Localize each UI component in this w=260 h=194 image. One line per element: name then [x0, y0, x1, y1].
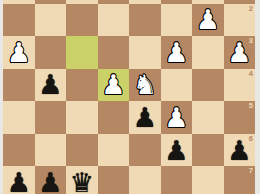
square-d6[interactable]	[129, 134, 161, 167]
rank-label-3: 3	[249, 37, 253, 45]
square-c3[interactable]: ♟	[161, 36, 193, 69]
black-pawn-g7[interactable]: ♟	[38, 169, 62, 194]
square-h7[interactable]: ♟	[3, 166, 35, 194]
white-knight-d4[interactable]: ♞	[133, 71, 157, 98]
chess-board-screenshot: ♚♜♟2♟♟3♟♟♟♞4♟♟5♟6♟♟♟♛7♚	[0, 0, 260, 194]
square-e3[interactable]	[98, 36, 130, 69]
square-d2[interactable]	[129, 4, 161, 37]
black-pawn-c6[interactable]: ♟	[164, 137, 188, 164]
white-king-g1[interactable]: ♚	[38, 0, 62, 1]
square-g6[interactable]	[35, 134, 67, 167]
square-g3[interactable]	[35, 36, 67, 69]
white-rook-e1[interactable]: ♜	[101, 0, 125, 1]
white-pawn-c3[interactable]: ♟	[164, 39, 188, 66]
square-h6[interactable]	[3, 134, 35, 167]
black-pawn-h7[interactable]: ♟	[7, 169, 31, 194]
rank-label-4: 4	[249, 70, 253, 78]
square-f3[interactable]	[66, 36, 98, 69]
square-h3[interactable]: ♟	[3, 36, 35, 69]
square-b7[interactable]	[192, 166, 224, 194]
square-b5[interactable]	[192, 101, 224, 134]
square-e7[interactable]	[98, 166, 130, 194]
square-h5[interactable]	[3, 101, 35, 134]
square-b3[interactable]	[192, 36, 224, 69]
square-h2[interactable]	[3, 4, 35, 37]
square-b2[interactable]: ♟	[192, 4, 224, 37]
square-f7[interactable]: ♛	[66, 166, 98, 194]
white-pawn-b2[interactable]: ♟	[196, 6, 220, 33]
square-e2[interactable]	[98, 4, 130, 37]
square-a5[interactable]: 5	[224, 101, 256, 134]
rank-label-5: 5	[249, 102, 253, 110]
square-c5[interactable]: ♟	[161, 101, 193, 134]
square-g5[interactable]	[35, 101, 67, 134]
square-d5[interactable]: ♟	[129, 101, 161, 134]
black-pawn-a6[interactable]: ♟	[227, 137, 251, 164]
square-b6[interactable]	[192, 134, 224, 167]
square-a4[interactable]: 4	[224, 69, 256, 102]
chess-board[interactable]: ♚♜♟2♟♟3♟♟♟♞4♟♟5♟6♟♟♟♛7♚	[3, 0, 255, 194]
square-a6[interactable]: 6♟	[224, 134, 256, 167]
square-f4[interactable]	[66, 69, 98, 102]
square-g4[interactable]: ♟	[35, 69, 67, 102]
square-c4[interactable]	[161, 69, 193, 102]
square-e5[interactable]	[98, 101, 130, 134]
rank-label-7: 7	[249, 167, 253, 175]
square-h4[interactable]	[3, 69, 35, 102]
square-f2[interactable]	[66, 4, 98, 37]
square-d4[interactable]: ♞	[129, 69, 161, 102]
rank-label-2: 2	[249, 5, 253, 13]
square-a3[interactable]: 3♟	[224, 36, 256, 69]
white-pawn-a3[interactable]: ♟	[227, 39, 251, 66]
square-c6[interactable]: ♟	[161, 134, 193, 167]
black-pawn-d5[interactable]: ♟	[133, 104, 157, 131]
white-pawn-c5[interactable]: ♟	[164, 104, 188, 131]
black-queen-f7[interactable]: ♛	[70, 169, 94, 194]
square-f6[interactable]	[66, 134, 98, 167]
square-d7[interactable]	[129, 166, 161, 194]
square-g7[interactable]: ♟	[35, 166, 67, 194]
square-c7[interactable]	[161, 166, 193, 194]
square-g2[interactable]	[35, 4, 67, 37]
square-b4[interactable]	[192, 69, 224, 102]
square-a7[interactable]: 7	[224, 166, 256, 194]
square-a2[interactable]: 2	[224, 4, 256, 37]
white-pawn-h3[interactable]: ♟	[7, 39, 31, 66]
white-pawn-e4[interactable]: ♟	[101, 71, 125, 98]
rank-label-6: 6	[249, 135, 253, 143]
square-f5[interactable]	[66, 101, 98, 134]
black-pawn-g4[interactable]: ♟	[38, 71, 62, 98]
square-d3[interactable]	[129, 36, 161, 69]
square-c2[interactable]	[161, 4, 193, 37]
square-e6[interactable]	[98, 134, 130, 167]
square-e4[interactable]: ♟	[98, 69, 130, 102]
